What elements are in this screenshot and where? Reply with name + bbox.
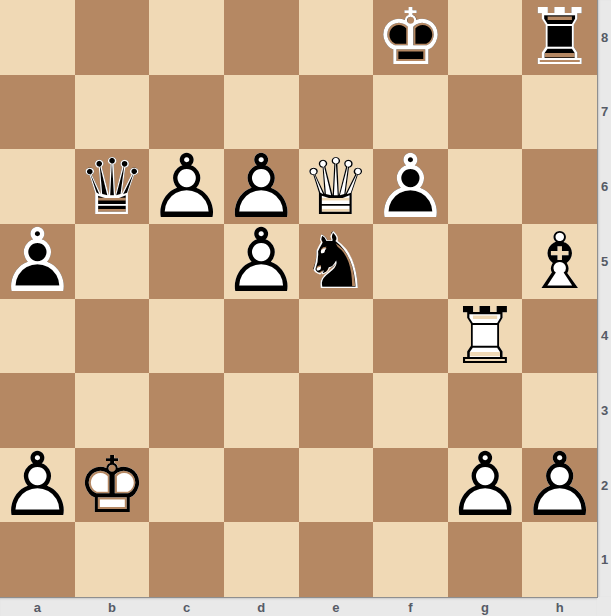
black-pawn-piece[interactable]: ♟♙ xyxy=(373,149,448,224)
black-pawn-icon: ♟ xyxy=(0,224,75,299)
white-pawn-outline-icon: ♙ xyxy=(0,448,75,523)
square-e7[interactable] xyxy=(299,75,374,150)
white-pawn-outline-icon: ♙ xyxy=(149,149,224,224)
square-e1[interactable] xyxy=(299,522,374,597)
square-d4[interactable] xyxy=(224,299,299,374)
square-b2[interactable]: ♚♔ xyxy=(75,448,150,523)
white-queen-outline-icon: ♕ xyxy=(299,149,374,224)
file-label-d: d xyxy=(224,598,299,616)
file-label-e: e xyxy=(299,598,374,616)
white-queen-icon: ♛ xyxy=(299,149,374,224)
square-h4[interactable] xyxy=(522,299,597,374)
square-d1[interactable] xyxy=(224,522,299,597)
square-g8[interactable] xyxy=(448,0,523,75)
square-g4[interactable]: ♜♖ xyxy=(448,299,523,374)
square-h1[interactable] xyxy=(522,522,597,597)
square-a3[interactable] xyxy=(0,373,75,448)
square-a4[interactable] xyxy=(0,299,75,374)
square-f2[interactable] xyxy=(373,448,448,523)
file-label-b: b xyxy=(75,598,150,616)
square-e3[interactable] xyxy=(299,373,374,448)
square-e2[interactable] xyxy=(299,448,374,523)
square-f5[interactable] xyxy=(373,224,448,299)
black-pawn-icon: ♟ xyxy=(373,149,448,224)
square-h2[interactable]: ♟♙ xyxy=(522,448,597,523)
square-b1[interactable] xyxy=(75,522,150,597)
white-pawn-icon: ♟ xyxy=(224,149,299,224)
rank-label-5: 5 xyxy=(598,224,611,299)
white-king-outline-icon: ♔ xyxy=(75,448,150,523)
square-b3[interactable] xyxy=(75,373,150,448)
rank-label-7: 7 xyxy=(598,75,611,150)
rank-label-3: 3 xyxy=(598,373,611,448)
square-a5[interactable]: ♟♙ xyxy=(0,224,75,299)
square-f3[interactable] xyxy=(373,373,448,448)
square-c4[interactable] xyxy=(149,299,224,374)
white-king-icon: ♚ xyxy=(75,448,150,523)
square-f6[interactable]: ♟♙ xyxy=(373,149,448,224)
white-rook-outline-icon: ♖ xyxy=(448,299,523,374)
white-bishop-outline-icon: ♗ xyxy=(522,224,597,299)
square-e8[interactable] xyxy=(299,0,374,75)
square-g3[interactable] xyxy=(448,373,523,448)
square-d3[interactable] xyxy=(224,373,299,448)
square-d5[interactable]: ♟♙ xyxy=(224,224,299,299)
white-pawn-outline-icon: ♙ xyxy=(224,149,299,224)
rank-label-6: 6 xyxy=(598,149,611,224)
square-f7[interactable] xyxy=(373,75,448,150)
square-b8[interactable] xyxy=(75,0,150,75)
rank-label-4: 4 xyxy=(598,299,611,374)
black-pawn-outline-icon: ♙ xyxy=(373,149,448,224)
square-h6[interactable] xyxy=(522,149,597,224)
file-label-h: h xyxy=(522,598,597,616)
white-pawn-piece[interactable]: ♟♙ xyxy=(224,149,299,224)
square-c1[interactable] xyxy=(149,522,224,597)
square-e4[interactable] xyxy=(299,299,374,374)
square-c7[interactable] xyxy=(149,75,224,150)
black-knight-icon: ♞ xyxy=(299,224,374,299)
white-pawn-piece[interactable]: ♟♙ xyxy=(522,448,597,523)
square-g5[interactable] xyxy=(448,224,523,299)
square-f8[interactable]: ♚♔ xyxy=(373,0,448,75)
square-a7[interactable] xyxy=(0,75,75,150)
file-label-c: c xyxy=(149,598,224,616)
black-rook-outline-icon: ♖ xyxy=(522,0,597,75)
white-king-piece[interactable]: ♚♔ xyxy=(75,448,150,523)
square-d2[interactable] xyxy=(224,448,299,523)
square-f1[interactable] xyxy=(373,522,448,597)
black-rook-icon: ♜ xyxy=(522,0,597,75)
square-d8[interactable] xyxy=(224,0,299,75)
white-pawn-outline-icon: ♙ xyxy=(522,448,597,523)
white-pawn-icon: ♟ xyxy=(224,224,299,299)
square-h5[interactable]: ♝♗ xyxy=(522,224,597,299)
rank-label-2: 2 xyxy=(598,448,611,523)
white-pawn-outline-icon: ♙ xyxy=(448,448,523,523)
black-knight-piece[interactable]: ♞♘ xyxy=(299,224,374,299)
square-d7[interactable] xyxy=(224,75,299,150)
square-g6[interactable] xyxy=(448,149,523,224)
white-bishop-piece[interactable]: ♝♗ xyxy=(522,224,597,299)
square-a1[interactable] xyxy=(0,522,75,597)
square-g1[interactable] xyxy=(448,522,523,597)
white-pawn-piece[interactable]: ♟♙ xyxy=(224,224,299,299)
chess-board: ♚♔♜♖♛♕♟♙♟♙♛♕♟♙♟♙♟♙♞♘♝♗♜♖♟♙♚♔♟♙♟♙ xyxy=(0,0,598,598)
black-king-piece[interactable]: ♚♔ xyxy=(373,0,448,75)
square-b6[interactable]: ♛♕ xyxy=(75,149,150,224)
square-g2[interactable]: ♟♙ xyxy=(448,448,523,523)
square-f4[interactable] xyxy=(373,299,448,374)
square-e5[interactable]: ♞♘ xyxy=(299,224,374,299)
black-knight-outline-icon: ♘ xyxy=(299,224,374,299)
white-pawn-icon: ♟ xyxy=(448,448,523,523)
black-queen-icon: ♛ xyxy=(75,149,150,224)
rank-coordinates: 87654321 xyxy=(598,0,611,597)
square-a6[interactable] xyxy=(0,149,75,224)
black-queen-outline-icon: ♕ xyxy=(75,149,150,224)
white-pawn-outline-icon: ♙ xyxy=(224,224,299,299)
white-pawn-piece[interactable]: ♟♙ xyxy=(448,448,523,523)
white-bishop-icon: ♝ xyxy=(522,224,597,299)
black-king-icon: ♚ xyxy=(373,0,448,75)
square-h8[interactable]: ♜♖ xyxy=(522,0,597,75)
file-label-a: a xyxy=(0,598,75,616)
square-c2[interactable] xyxy=(149,448,224,523)
black-queen-piece[interactable]: ♛♕ xyxy=(75,149,150,224)
square-e6[interactable]: ♛♕ xyxy=(299,149,374,224)
square-b7[interactable] xyxy=(75,75,150,150)
square-c6[interactable]: ♟♙ xyxy=(149,149,224,224)
black-pawn-piece[interactable]: ♟♙ xyxy=(0,224,75,299)
white-rook-piece[interactable]: ♜♖ xyxy=(448,299,523,374)
rank-label-1: 1 xyxy=(598,522,611,597)
square-c3[interactable] xyxy=(149,373,224,448)
white-rook-icon: ♜ xyxy=(448,299,523,374)
square-g7[interactable] xyxy=(448,75,523,150)
file-coordinates: abcdefgh xyxy=(0,598,597,616)
white-pawn-piece[interactable]: ♟♙ xyxy=(149,149,224,224)
chess-app: ♚♔♜♖♛♕♟♙♟♙♛♕♟♙♟♙♟♙♞♘♝♗♜♖♟♙♚♔♟♙♟♙ 8765432… xyxy=(0,0,611,616)
square-h7[interactable] xyxy=(522,75,597,150)
white-pawn-icon: ♟ xyxy=(149,149,224,224)
black-king-outline-icon: ♔ xyxy=(373,0,448,75)
square-a8[interactable] xyxy=(0,0,75,75)
rank-label-8: 8 xyxy=(598,0,611,75)
square-c8[interactable] xyxy=(149,0,224,75)
file-label-f: f xyxy=(373,598,448,616)
square-h3[interactable] xyxy=(522,373,597,448)
white-pawn-icon: ♟ xyxy=(522,448,597,523)
white-pawn-piece[interactable]: ♟♙ xyxy=(0,448,75,523)
white-queen-piece[interactable]: ♛♕ xyxy=(299,149,374,224)
square-c5[interactable] xyxy=(149,224,224,299)
white-pawn-icon: ♟ xyxy=(0,448,75,523)
square-d6[interactable]: ♟♙ xyxy=(224,149,299,224)
square-b4[interactable] xyxy=(75,299,150,374)
black-pawn-outline-icon: ♙ xyxy=(0,224,75,299)
square-b5[interactable] xyxy=(75,224,150,299)
square-a2[interactable]: ♟♙ xyxy=(0,448,75,523)
file-label-g: g xyxy=(448,598,523,616)
black-rook-piece[interactable]: ♜♖ xyxy=(522,0,597,75)
